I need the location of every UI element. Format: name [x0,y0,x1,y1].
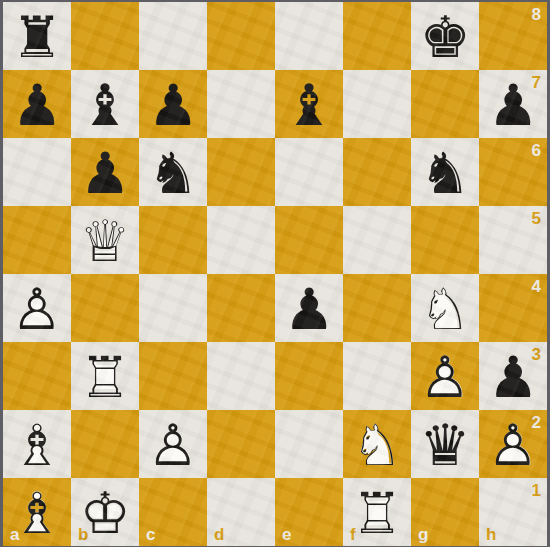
piece-black-bishop[interactable]: ♝ [71,71,139,139]
square-a4[interactable]: ♟♙ [3,274,71,342]
square-c6[interactable]: ♞ [139,138,207,206]
square-b4[interactable] [71,274,139,342]
rank-label-1: 1 [532,482,541,501]
square-h1[interactable]: 1h [479,478,547,546]
white-pawn-outline-icon: ♙ [3,275,71,343]
piece-white-rook[interactable]: ♜♖ [71,343,139,411]
piece-black-pawn[interactable]: ♟ [71,139,139,207]
rank-label-4: 4 [532,278,541,297]
square-b2[interactable] [71,410,139,478]
square-h4[interactable]: 4 [479,274,547,342]
square-c5[interactable] [139,206,207,274]
piece-black-king[interactable]: ♚ [411,3,479,71]
square-c2[interactable]: ♟♙ [139,410,207,478]
square-a2[interactable]: ♝♗ [3,410,71,478]
rank-label-2: 2 [532,414,541,433]
square-f2[interactable]: ♞♘ [343,410,411,478]
black-king-icon: ♚ [411,3,479,71]
square-c4[interactable] [139,274,207,342]
square-f4[interactable] [343,274,411,342]
black-pawn-icon: ♟ [139,71,207,139]
piece-black-knight[interactable]: ♞ [139,139,207,207]
white-queen-outline-icon: ♕ [71,207,139,275]
square-h2[interactable]: ♟♙2 [479,410,547,478]
rank-label-7: 7 [532,74,541,93]
piece-white-knight[interactable]: ♞♘ [343,411,411,479]
black-pawn-icon: ♟ [275,275,343,343]
square-b6[interactable]: ♟ [71,138,139,206]
square-a6[interactable] [3,138,71,206]
square-e6[interactable] [275,138,343,206]
square-g3[interactable]: ♟♙ [411,342,479,410]
piece-white-pawn[interactable]: ♟♙ [3,275,71,343]
file-label-f: f [350,526,356,545]
square-b7[interactable]: ♝ [71,70,139,138]
square-g4[interactable]: ♞♘ [411,274,479,342]
piece-white-bishop[interactable]: ♝♗ [3,411,71,479]
piece-white-pawn[interactable]: ♟♙ [411,343,479,411]
file-label-b: b [78,526,88,545]
file-label-c: c [146,526,155,545]
square-h3[interactable]: ♟3 [479,342,547,410]
square-b1[interactable]: ♚♔b [71,478,139,546]
black-knight-icon: ♞ [411,139,479,207]
file-label-g: g [418,526,428,545]
square-h8[interactable]: 8 [479,2,547,70]
square-f1[interactable]: ♜♖f [343,478,411,546]
file-label-e: e [282,526,291,545]
rank-label-8: 8 [532,6,541,25]
square-a5[interactable] [3,206,71,274]
square-c7[interactable]: ♟ [139,70,207,138]
square-h6[interactable]: 6 [479,138,547,206]
square-h7[interactable]: ♟7 [479,70,547,138]
square-a7[interactable]: ♟ [3,70,71,138]
square-g5[interactable] [411,206,479,274]
white-knight-outline-icon: ♘ [411,275,479,343]
square-b8[interactable] [71,2,139,70]
piece-black-pawn[interactable]: ♟ [139,71,207,139]
piece-white-pawn[interactable]: ♟♙ [139,411,207,479]
square-g1[interactable]: g [411,478,479,546]
white-rook-outline-icon: ♖ [71,343,139,411]
black-queen-icon: ♛ [411,411,479,479]
square-g6[interactable]: ♞ [411,138,479,206]
chess-board-frame: ♜♚8♟♝♟♝♟7♟♞♞6♛♕5♟♙♟♞♘4♜♖♟♙♟3♝♗♟♙♞♘♛♟♙2♝♗… [0,0,550,547]
square-e3[interactable] [275,342,343,410]
square-d5[interactable] [207,206,275,274]
square-d7[interactable] [207,70,275,138]
square-d4[interactable] [207,274,275,342]
rank-label-5: 5 [532,210,541,229]
square-f7[interactable] [343,70,411,138]
square-g2[interactable]: ♛ [411,410,479,478]
square-g8[interactable]: ♚ [411,2,479,70]
black-bishop-icon: ♝ [71,71,139,139]
square-e5[interactable] [275,206,343,274]
square-a3[interactable] [3,342,71,410]
square-g7[interactable] [411,70,479,138]
square-d3[interactable] [207,342,275,410]
chess-board: ♜♚8♟♝♟♝♟7♟♞♞6♛♕5♟♙♟♞♘4♜♖♟♙♟3♝♗♟♙♞♘♛♟♙2♝♗… [3,2,547,546]
white-bishop-outline-icon: ♗ [3,411,71,479]
white-pawn-outline-icon: ♙ [139,411,207,479]
black-knight-icon: ♞ [139,139,207,207]
black-bishop-icon: ♝ [275,71,343,139]
white-knight-outline-icon: ♘ [343,411,411,479]
black-pawn-icon: ♟ [3,71,71,139]
square-e8[interactable] [275,2,343,70]
square-d1[interactable]: d [207,478,275,546]
square-d2[interactable] [207,410,275,478]
rank-label-3: 3 [532,346,541,365]
piece-white-knight[interactable]: ♞♘ [411,275,479,343]
square-c8[interactable] [139,2,207,70]
piece-black-knight[interactable]: ♞ [411,139,479,207]
square-c3[interactable] [139,342,207,410]
square-e1[interactable]: e [275,478,343,546]
square-f8[interactable] [343,2,411,70]
square-e7[interactable]: ♝ [275,70,343,138]
square-d8[interactable] [207,2,275,70]
square-f3[interactable] [343,342,411,410]
black-rook-icon: ♜ [3,3,71,71]
piece-white-queen[interactable]: ♛♕ [71,207,139,275]
square-b3[interactable]: ♜♖ [71,342,139,410]
square-d6[interactable] [207,138,275,206]
square-a1[interactable]: ♝♗a [3,478,71,546]
piece-black-queen[interactable]: ♛ [411,411,479,479]
square-e4[interactable]: ♟ [275,274,343,342]
square-c1[interactable]: c [139,478,207,546]
piece-black-pawn[interactable]: ♟ [3,71,71,139]
rank-label-6: 6 [532,142,541,161]
piece-black-pawn[interactable]: ♟ [275,275,343,343]
square-e2[interactable] [275,410,343,478]
black-pawn-icon: ♟ [71,139,139,207]
square-f5[interactable] [343,206,411,274]
file-label-a: a [10,526,19,545]
piece-black-bishop[interactable]: ♝ [275,71,343,139]
square-a8[interactable]: ♜ [3,2,71,70]
square-b5[interactable]: ♛♕ [71,206,139,274]
white-pawn-outline-icon: ♙ [411,343,479,411]
piece-black-rook[interactable]: ♜ [3,3,71,71]
square-h5[interactable]: 5 [479,206,547,274]
square-f6[interactable] [343,138,411,206]
file-label-h: h [486,526,496,545]
file-label-d: d [214,526,224,545]
